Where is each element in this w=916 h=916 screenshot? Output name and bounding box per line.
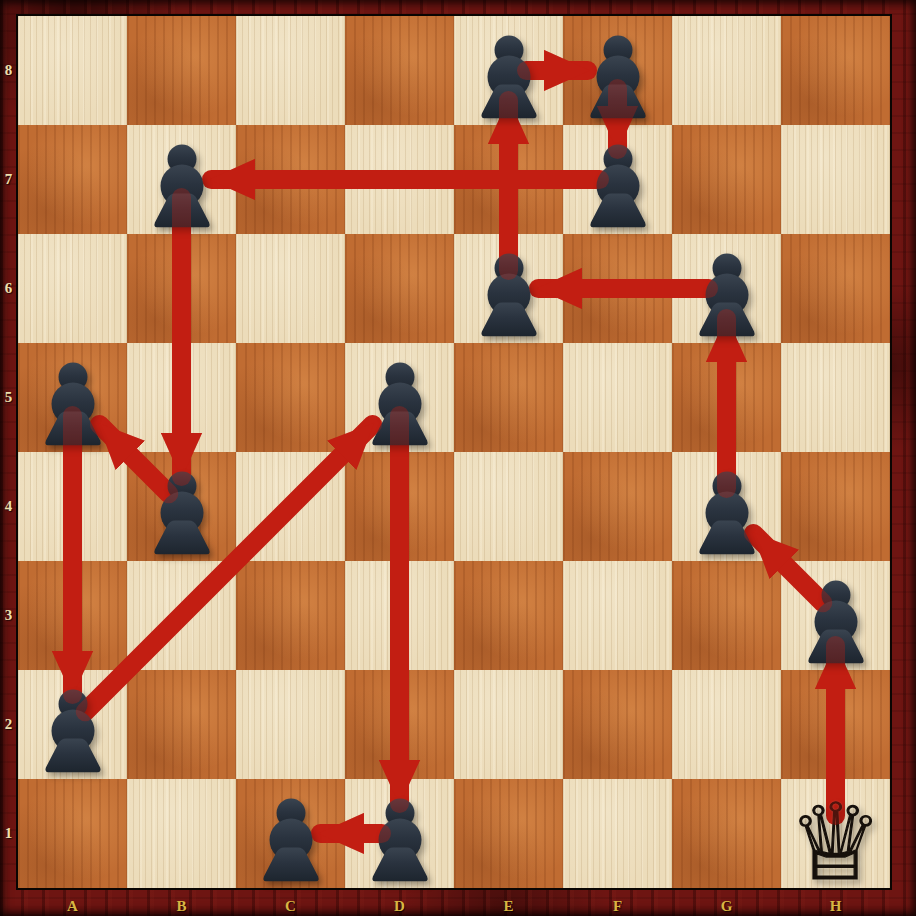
square-b3[interactable]: [127, 561, 236, 670]
black-pawn-icon: [694, 470, 760, 556]
piece-black-pawn-a2[interactable]: [18, 670, 127, 779]
square-h6[interactable]: [781, 234, 890, 343]
square-f1[interactable]: [563, 779, 672, 888]
piece-black-pawn-a5[interactable]: [18, 343, 127, 452]
file-label-e: E: [454, 897, 563, 916]
square-c4[interactable]: [236, 452, 345, 561]
black-pawn-icon: [149, 470, 215, 556]
white-queen-icon: ♕: [788, 794, 883, 892]
piece-black-pawn-f7[interactable]: [563, 125, 672, 234]
square-b1[interactable]: [127, 779, 236, 888]
square-g7[interactable]: [672, 125, 781, 234]
black-pawn-icon: [476, 34, 542, 120]
square-b6[interactable]: [127, 234, 236, 343]
square-f5[interactable]: [563, 343, 672, 452]
piece-black-pawn-g4[interactable]: [672, 452, 781, 561]
black-pawn-icon: [367, 361, 433, 447]
square-g8[interactable]: [672, 16, 781, 125]
square-g3[interactable]: [672, 561, 781, 670]
square-e2[interactable]: [454, 670, 563, 779]
square-d2[interactable]: [345, 670, 454, 779]
square-b5[interactable]: [127, 343, 236, 452]
black-pawn-icon: [367, 797, 433, 883]
square-g5[interactable]: [672, 343, 781, 452]
piece-white-queen-h1[interactable]: ♕: [781, 779, 890, 888]
square-e1[interactable]: [454, 779, 563, 888]
rank-label-6: 6: [0, 234, 17, 343]
black-pawn-icon: [694, 252, 760, 338]
square-d7[interactable]: [345, 125, 454, 234]
square-c2[interactable]: [236, 670, 345, 779]
square-c6[interactable]: [236, 234, 345, 343]
rank-label-3: 3: [0, 561, 17, 670]
rank-label-2: 2: [0, 670, 17, 779]
file-label-c: C: [236, 897, 345, 916]
square-c5[interactable]: [236, 343, 345, 452]
file-label-d: D: [345, 897, 454, 916]
rank-label-5: 5: [0, 343, 17, 452]
rank-label-7: 7: [0, 125, 17, 234]
square-b8[interactable]: [127, 16, 236, 125]
piece-black-pawn-b7[interactable]: [127, 125, 236, 234]
square-g1[interactable]: [672, 779, 781, 888]
piece-black-pawn-e6[interactable]: [454, 234, 563, 343]
file-label-h: H: [781, 897, 890, 916]
file-label-a: A: [18, 897, 127, 916]
square-d4[interactable]: [345, 452, 454, 561]
square-a6[interactable]: [18, 234, 127, 343]
piece-black-pawn-e8[interactable]: [454, 16, 563, 125]
black-pawn-icon: [149, 143, 215, 229]
square-h8[interactable]: [781, 16, 890, 125]
square-h4[interactable]: [781, 452, 890, 561]
square-c8[interactable]: [236, 16, 345, 125]
square-a7[interactable]: [18, 125, 127, 234]
black-pawn-icon: [40, 688, 106, 774]
piece-black-pawn-h3[interactable]: [781, 561, 890, 670]
file-label-b: B: [127, 897, 236, 916]
square-a4[interactable]: [18, 452, 127, 561]
piece-black-pawn-f8[interactable]: [563, 16, 672, 125]
file-label-g: G: [672, 897, 781, 916]
piece-black-pawn-c1[interactable]: [236, 779, 345, 888]
rank-label-1: 1: [0, 779, 17, 888]
square-e3[interactable]: [454, 561, 563, 670]
square-e4[interactable]: [454, 452, 563, 561]
rank-label-4: 4: [0, 452, 17, 561]
square-f4[interactable]: [563, 452, 672, 561]
square-b2[interactable]: [127, 670, 236, 779]
square-c3[interactable]: [236, 561, 345, 670]
black-pawn-icon: [803, 579, 869, 665]
square-h2[interactable]: [781, 670, 890, 779]
square-e7[interactable]: [454, 125, 563, 234]
square-f6[interactable]: [563, 234, 672, 343]
square-d6[interactable]: [345, 234, 454, 343]
square-c7[interactable]: [236, 125, 345, 234]
black-pawn-icon: [585, 143, 651, 229]
file-label-f: F: [563, 897, 672, 916]
piece-black-pawn-d5[interactable]: [345, 343, 454, 452]
black-pawn-icon: [476, 252, 542, 338]
square-d8[interactable]: [345, 16, 454, 125]
square-f2[interactable]: [563, 670, 672, 779]
square-h5[interactable]: [781, 343, 890, 452]
chessboard-screenshot: ♕ 87654321 ABCDEFGH: [0, 0, 916, 916]
square-h7[interactable]: [781, 125, 890, 234]
square-f3[interactable]: [563, 561, 672, 670]
piece-black-pawn-g6[interactable]: [672, 234, 781, 343]
black-pawn-icon: [258, 797, 324, 883]
rank-label-8: 8: [0, 16, 17, 125]
black-pawn-icon: [585, 34, 651, 120]
black-pawn-icon: [40, 361, 106, 447]
piece-black-pawn-b4[interactable]: [127, 452, 236, 561]
piece-black-pawn-d1[interactable]: [345, 779, 454, 888]
square-a3[interactable]: [18, 561, 127, 670]
square-d3[interactable]: [345, 561, 454, 670]
square-e5[interactable]: [454, 343, 563, 452]
square-g2[interactable]: [672, 670, 781, 779]
square-a1[interactable]: [18, 779, 127, 888]
square-a8[interactable]: [18, 16, 127, 125]
